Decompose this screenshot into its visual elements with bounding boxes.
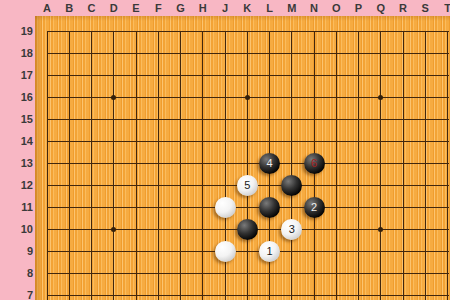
row-label-8: 8 bbox=[0, 266, 33, 280]
row-label-10: 10 bbox=[0, 222, 33, 236]
stone-white-J11[interactable] bbox=[215, 197, 236, 218]
column-label-H: H bbox=[192, 1, 214, 15]
grid-line-col-Q bbox=[380, 31, 381, 300]
stone-black-M12[interactable] bbox=[281, 175, 302, 196]
column-label-M: M bbox=[281, 1, 303, 15]
row-label-9: 9 bbox=[0, 244, 33, 258]
column-label-P: P bbox=[348, 1, 370, 15]
stone-black-N13[interactable]: 6 bbox=[304, 153, 325, 174]
column-label-C: C bbox=[81, 1, 103, 15]
column-label-E: E bbox=[125, 1, 147, 15]
grid-line-col-P bbox=[358, 31, 359, 300]
star-point-D16 bbox=[111, 95, 116, 100]
row-label-13: 13 bbox=[0, 156, 33, 170]
grid-line-col-G bbox=[180, 31, 181, 300]
stone-black-N11[interactable]: 2 bbox=[304, 197, 325, 218]
grid-line-row-15 bbox=[47, 119, 449, 120]
row-label-18: 18 bbox=[0, 46, 33, 60]
move-number-label: 5 bbox=[244, 180, 250, 191]
row-label-7: 7 bbox=[0, 288, 33, 300]
row-label-12: 12 bbox=[0, 178, 33, 192]
grid-line-row-11 bbox=[47, 207, 449, 208]
column-label-Q: Q bbox=[370, 1, 392, 15]
stone-white-M10[interactable]: 3 bbox=[281, 219, 302, 240]
stone-white-K12[interactable]: 5 bbox=[237, 175, 258, 196]
stone-black-L13[interactable]: 4 bbox=[259, 153, 280, 174]
star-point-Q10 bbox=[378, 227, 383, 232]
grid-line-col-B bbox=[69, 31, 70, 300]
row-label-19: 19 bbox=[0, 24, 33, 38]
column-label-A: A bbox=[36, 1, 58, 15]
grid-line-col-K bbox=[247, 31, 248, 300]
move-number-label: 2 bbox=[311, 202, 317, 213]
column-label-S: S bbox=[414, 1, 436, 15]
move-number-label: 3 bbox=[289, 224, 295, 235]
stone-black-K10[interactable] bbox=[237, 219, 258, 240]
grid-line-col-S bbox=[425, 31, 426, 300]
grid-line-col-F bbox=[158, 31, 159, 300]
grid-line-row-7 bbox=[47, 295, 449, 296]
grid-line-row-9 bbox=[47, 251, 449, 252]
row-label-16: 16 bbox=[0, 90, 33, 104]
grid-line-row-17 bbox=[47, 75, 449, 76]
grid-line-col-D bbox=[113, 31, 114, 300]
stone-white-J9[interactable] bbox=[215, 241, 236, 262]
grid-line-row-13 bbox=[47, 163, 449, 164]
stone-white-L9[interactable]: 1 bbox=[259, 241, 280, 262]
column-label-O: O bbox=[325, 1, 347, 15]
star-point-Q16 bbox=[378, 95, 383, 100]
move-number-label: 4 bbox=[266, 158, 272, 169]
star-point-D10 bbox=[111, 227, 116, 232]
star-point-K16 bbox=[245, 95, 250, 100]
stone-black-L11[interactable] bbox=[259, 197, 280, 218]
grid-line-col-H bbox=[202, 31, 203, 300]
row-label-15: 15 bbox=[0, 112, 33, 126]
grid-line-row-18 bbox=[47, 53, 449, 54]
column-label-K: K bbox=[236, 1, 258, 15]
grid-line-col-A bbox=[47, 31, 48, 300]
grid-line-col-R bbox=[403, 31, 404, 300]
column-label-F: F bbox=[147, 1, 169, 15]
grid-line-row-14 bbox=[47, 141, 449, 142]
grid-line-col-O bbox=[336, 31, 337, 300]
grid-line-row-8 bbox=[47, 273, 449, 274]
column-label-G: G bbox=[170, 1, 192, 15]
grid-line-col-C bbox=[91, 31, 92, 300]
grid-line-col-E bbox=[136, 31, 137, 300]
column-label-R: R bbox=[392, 1, 414, 15]
grid-line-row-19 bbox=[47, 31, 449, 32]
column-label-L: L bbox=[259, 1, 281, 15]
go-board-viewer: ABCDEFGHJKLMNOPQRST191817161514131211109… bbox=[0, 0, 450, 300]
column-label-T: T bbox=[437, 1, 450, 15]
grid-line-col-M bbox=[291, 31, 292, 300]
column-label-J: J bbox=[214, 1, 236, 15]
column-label-D: D bbox=[103, 1, 125, 15]
move-number-label: 1 bbox=[266, 246, 272, 257]
column-label-N: N bbox=[303, 1, 325, 15]
row-label-17: 17 bbox=[0, 68, 33, 82]
grid-line-col-T bbox=[447, 31, 448, 300]
row-label-11: 11 bbox=[0, 200, 33, 214]
move-number-label: 6 bbox=[311, 158, 317, 169]
column-label-B: B bbox=[58, 1, 80, 15]
goban-wood-background bbox=[35, 16, 450, 300]
row-label-14: 14 bbox=[0, 134, 33, 148]
